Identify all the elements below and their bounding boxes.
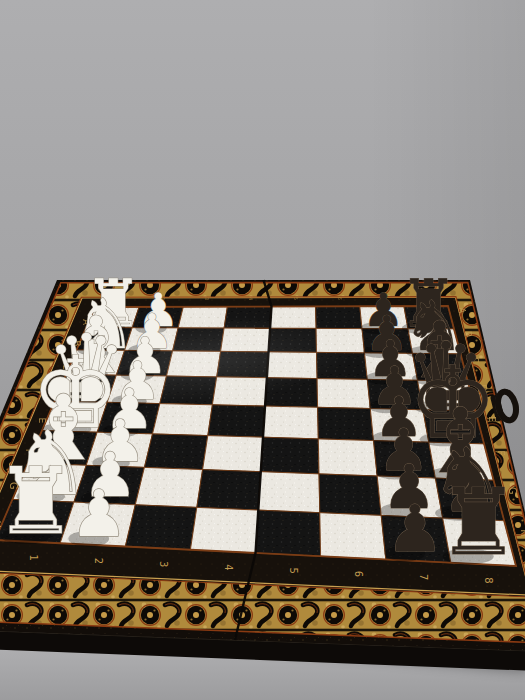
rank-label-near-4: 4	[223, 564, 234, 570]
square-h5	[256, 510, 321, 556]
square-e3	[153, 404, 213, 436]
square-f5	[261, 437, 319, 474]
rank-label-near-8: 8	[483, 577, 494, 583]
square-d6	[317, 379, 370, 409]
piece-black-pawn-h7: ♟	[386, 491, 444, 566]
square-h3	[125, 505, 197, 550]
square-g6	[319, 474, 381, 516]
rank-label-far-6: 6	[337, 297, 343, 300]
scene: 11AA22BB33CC44DD55EE66FF77GG88HH ♜♟♟♜♞♟♟…	[0, 0, 525, 700]
rank-label-near-3: 3	[158, 561, 169, 567]
square-g4	[197, 470, 261, 511]
square-e5	[263, 406, 318, 439]
square-g5	[258, 472, 320, 513]
square-e6	[318, 407, 374, 440]
rank-label-far-5: 5	[293, 297, 299, 300]
square-f4	[203, 436, 263, 472]
chess-set-photo: 11AA22BB33CC44DD55EE66FF77GG88HH ♜♟♟♜♞♟♟…	[0, 0, 525, 700]
square-h4	[190, 507, 258, 553]
square-f6	[318, 439, 377, 476]
piece-white-rook-h1: ♜	[0, 448, 77, 555]
piece-black-rook-h8: ♜	[437, 469, 519, 576]
square-a6	[316, 306, 362, 328]
rank-label-near-6: 6	[353, 571, 364, 577]
square-e4	[208, 405, 265, 437]
rank-label-near-2: 2	[93, 558, 104, 564]
square-h6	[320, 513, 386, 560]
rank-label-near-5: 5	[288, 567, 299, 573]
rank-label-far-3: 3	[204, 297, 210, 300]
rank-label-near-1: 1	[28, 554, 39, 560]
file-label-right-h: H	[519, 529, 525, 536]
piece-white-pawn-h2: ♟	[70, 476, 128, 551]
rank-label-near-7: 7	[418, 574, 429, 580]
rank-label-far-4: 4	[248, 297, 254, 300]
